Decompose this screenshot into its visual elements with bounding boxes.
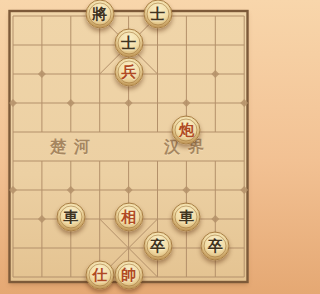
piece-glyph: 炮 [179, 123, 194, 138]
piece-glyph: 卒 [150, 239, 165, 254]
piece-glyph: 將 [92, 7, 107, 22]
piece-black-chariot[interactable]: 車 [56, 203, 85, 232]
piece-black-chariot[interactable]: 車 [172, 203, 201, 232]
pieces-layer: 將士士兵炮車相車卒卒仕帥 [0, 0, 258, 294]
piece-glyph: 兵 [121, 65, 136, 80]
piece-red-elephant[interactable]: 相 [114, 203, 143, 232]
piece-black-advisor[interactable]: 士 [114, 29, 143, 58]
piece-glyph: 車 [63, 210, 78, 225]
piece-glyph: 仕 [92, 268, 107, 283]
piece-black-general[interactable]: 將 [85, 0, 114, 29]
piece-red-soldier[interactable]: 兵 [114, 58, 143, 87]
piece-red-general[interactable]: 帥 [114, 261, 143, 290]
xiangqi-board: 楚河 汉界 將士士兵炮車相車卒卒仕帥 [0, 0, 258, 294]
piece-glyph: 車 [179, 210, 194, 225]
piece-glyph: 相 [121, 210, 136, 225]
piece-red-advisor[interactable]: 仕 [85, 261, 114, 290]
piece-red-cannon[interactable]: 炮 [172, 116, 201, 145]
piece-glyph: 士 [121, 36, 136, 51]
piece-black-soldier[interactable]: 卒 [201, 232, 230, 261]
piece-glyph: 帥 [121, 268, 136, 283]
piece-black-advisor[interactable]: 士 [143, 0, 172, 29]
piece-glyph: 士 [150, 7, 165, 22]
piece-black-soldier[interactable]: 卒 [143, 232, 172, 261]
piece-glyph: 卒 [208, 239, 223, 254]
